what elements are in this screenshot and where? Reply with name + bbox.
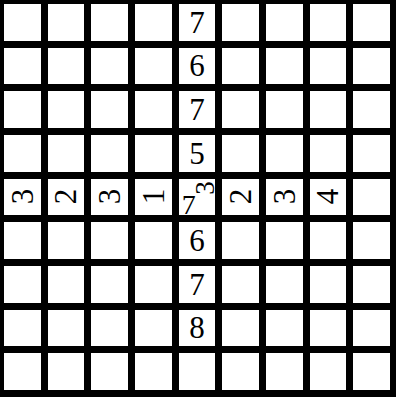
cell-r0c0[interactable] (4, 4, 41, 41)
cell-r6c7[interactable] (310, 266, 347, 303)
cell-r1c0[interactable] (4, 48, 41, 85)
cell-r1c4[interactable]: 6 (179, 48, 216, 85)
cell-r6c1[interactable] (48, 266, 85, 303)
cell-r4c8[interactable] (353, 179, 390, 216)
cell-r1c3[interactable] (135, 48, 172, 85)
cell-r4c4[interactable]: 73 (179, 179, 216, 216)
cell-r3c7[interactable] (310, 135, 347, 172)
cell-r8c4[interactable] (179, 353, 216, 390)
cell-r5c8[interactable] (353, 222, 390, 259)
column-clue-digit: 6 (189, 50, 205, 81)
cell-r5c5[interactable] (222, 222, 259, 259)
cell-r0c2[interactable] (91, 4, 128, 41)
cell-r2c3[interactable] (135, 91, 172, 128)
cell-r8c5[interactable] (222, 353, 259, 390)
column-clue-digit: 6 (189, 225, 205, 256)
cell-r1c8[interactable] (353, 48, 390, 85)
cell-r2c2[interactable] (91, 91, 128, 128)
cell-r6c8[interactable] (353, 266, 390, 303)
cell-r7c7[interactable] (310, 310, 347, 347)
cell-r3c6[interactable] (266, 135, 303, 172)
cell-r5c6[interactable] (266, 222, 303, 259)
cell-r0c6[interactable] (266, 4, 303, 41)
column-clue-digit: 7 (189, 7, 205, 38)
cell-r0c7[interactable] (310, 4, 347, 41)
cell-r5c2[interactable] (91, 222, 128, 259)
row-clue-digit-rotated: 2 (225, 189, 256, 205)
cell-r4c3[interactable]: 1 (135, 179, 172, 216)
cell-r1c2[interactable] (91, 48, 128, 85)
row-clue-digit-rotated: 3 (94, 189, 125, 205)
row-clue-digit-rotated: 3 (7, 189, 38, 205)
cell-r2c0[interactable] (4, 91, 41, 128)
cell-r6c4[interactable]: 7 (179, 266, 216, 303)
cell-r0c5[interactable] (222, 4, 259, 41)
cell-r4c6[interactable]: 3 (266, 179, 303, 216)
cell-r0c8[interactable] (353, 4, 390, 41)
cell-r8c7[interactable] (310, 353, 347, 390)
cell-r8c2[interactable] (91, 353, 128, 390)
cell-r7c5[interactable] (222, 310, 259, 347)
cell-r6c0[interactable] (4, 266, 41, 303)
cell-r4c2[interactable]: 3 (91, 179, 128, 216)
column-clue-digit: 7 (189, 269, 205, 300)
cell-r6c3[interactable] (135, 266, 172, 303)
row-clue-digit-rotated: 3 (269, 189, 300, 205)
cell-r4c7[interactable]: 4 (310, 179, 347, 216)
cell-r2c4[interactable]: 7 (179, 91, 216, 128)
cell-r5c1[interactable] (48, 222, 85, 259)
cell-r5c0[interactable] (4, 222, 41, 259)
column-clue-digit: 8 (189, 312, 205, 343)
cell-r6c5[interactable] (222, 266, 259, 303)
cell-r8c3[interactable] (135, 353, 172, 390)
row-clue-digit-rotated: 1 (138, 189, 169, 205)
cell-r5c7[interactable] (310, 222, 347, 259)
cell-r7c4[interactable]: 8 (179, 310, 216, 347)
cell-r3c0[interactable] (4, 135, 41, 172)
column-clue-digit: 5 (189, 138, 205, 169)
column-clue-digit: 7 (189, 94, 205, 125)
row-clue-digit-rotated: 2 (50, 189, 81, 205)
cell-r7c2[interactable] (91, 310, 128, 347)
cell-r3c2[interactable] (91, 135, 128, 172)
cell-r2c1[interactable] (48, 91, 85, 128)
puzzle-board: 7675323173234678 (0, 0, 396, 397)
cell-r2c7[interactable] (310, 91, 347, 128)
cell-r7c0[interactable] (4, 310, 41, 347)
cell-r7c1[interactable] (48, 310, 85, 347)
cell-r8c0[interactable] (4, 353, 41, 390)
cell-r3c1[interactable] (48, 135, 85, 172)
cell-r8c1[interactable] (48, 353, 85, 390)
cell-r7c8[interactable] (353, 310, 390, 347)
cell-r8c8[interactable] (353, 353, 390, 390)
cell-r3c4[interactable]: 5 (179, 135, 216, 172)
cell-r3c5[interactable] (222, 135, 259, 172)
cell-r4c0[interactable]: 3 (4, 179, 41, 216)
cell-r4c1[interactable]: 2 (48, 179, 85, 216)
cell-r0c3[interactable] (135, 4, 172, 41)
cell-r2c8[interactable] (353, 91, 390, 128)
cell-r6c2[interactable] (91, 266, 128, 303)
cell-r1c7[interactable] (310, 48, 347, 85)
cell-r5c4[interactable]: 6 (179, 222, 216, 259)
cell-r2c5[interactable] (222, 91, 259, 128)
cell-r1c1[interactable] (48, 48, 85, 85)
cell-r1c6[interactable] (266, 48, 303, 85)
cell-r3c8[interactable] (353, 135, 390, 172)
row-clue-digit-rotated: 4 (312, 189, 343, 205)
center-column-clue-digit: 7 (182, 191, 196, 219)
cell-r1c5[interactable] (222, 48, 259, 85)
cell-r8c6[interactable] (266, 353, 303, 390)
cell-r6c6[interactable] (266, 266, 303, 303)
cell-r5c3[interactable] (135, 222, 172, 259)
cell-r2c6[interactable] (266, 91, 303, 128)
cell-r0c4[interactable]: 7 (179, 4, 216, 41)
cell-r4c5[interactable]: 2 (222, 179, 259, 216)
cell-r7c3[interactable] (135, 310, 172, 347)
cell-r0c1[interactable] (48, 4, 85, 41)
cell-r7c6[interactable] (266, 310, 303, 347)
center-row-clue-digit-rotated: 3 (195, 178, 215, 198)
cell-r3c3[interactable] (135, 135, 172, 172)
